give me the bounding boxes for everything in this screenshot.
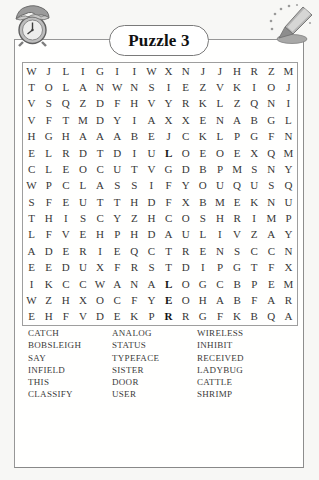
grid-cell[interactable]: E [57, 194, 74, 210]
grid-cell[interactable]: S [23, 194, 40, 210]
grid-cell[interactable]: C [143, 243, 160, 259]
grid-cell[interactable]: R [160, 309, 177, 325]
grid-cell[interactable]: L [280, 112, 297, 128]
word-item: SAY [28, 352, 81, 364]
grid-cell[interactable]: A [160, 227, 177, 243]
word-item: SISTER [112, 364, 159, 376]
grid-cell[interactable]: A [229, 112, 246, 128]
grid-cell[interactable]: I [143, 178, 160, 194]
grid-cell[interactable]: I [160, 79, 177, 95]
grid-cell[interactable]: O [177, 292, 194, 308]
grid-cell[interactable]: L [160, 276, 177, 292]
grid-cell[interactable]: N [126, 79, 143, 95]
grid-cell[interactable]: M [280, 276, 297, 292]
word-item: USER [112, 388, 159, 400]
grid-cell[interactable]: Y [177, 178, 194, 194]
grid-cell[interactable]: M [211, 194, 228, 210]
grid-cell[interactable]: K [229, 79, 246, 95]
grid-cell[interactable]: G [40, 129, 57, 145]
grid-cell[interactable]: R [126, 260, 143, 276]
grid-cell[interactable]: I [126, 112, 143, 128]
grid-cell[interactable]: D [143, 194, 160, 210]
grid-cell[interactable]: N [211, 243, 228, 259]
grid-cell[interactable]: K [194, 96, 211, 112]
grid-cell[interactable]: T [92, 145, 109, 161]
grid-cell[interactable]: L [74, 178, 91, 194]
grid-cell[interactable]: A [74, 129, 91, 145]
grid-cell[interactable]: F [263, 129, 280, 145]
grid-cell[interactable]: O [177, 145, 194, 161]
grid-cell[interactable]: F [109, 260, 126, 276]
grid-cell[interactable]: E [263, 276, 280, 292]
word-list-column-1: CATCH BOBSLEIGH SAY INFIELD THIS CLASSIF… [28, 327, 81, 401]
grid-cell[interactable]: W [23, 292, 40, 308]
grid-cell[interactable]: C [246, 243, 263, 259]
grid-cell[interactable]: T [160, 243, 177, 259]
word-item: ANALOG [112, 327, 159, 339]
grid-cell[interactable]: U [143, 145, 160, 161]
grid-cell[interactable]: A [143, 276, 160, 292]
grid-cell[interactable]: H [143, 210, 160, 226]
grid-cell[interactable]: L [40, 145, 57, 161]
grid-cell[interactable]: N [280, 243, 297, 259]
grid-cell[interactable]: F [40, 112, 57, 128]
grid-cell[interactable]: S [126, 178, 143, 194]
grid-cell[interactable]: Y [143, 292, 160, 308]
grid-cell[interactable]: I [280, 96, 297, 112]
grid-cell[interactable]: X [92, 260, 109, 276]
grid-cell[interactable]: E [229, 145, 246, 161]
grid-cell[interactable]: V [211, 79, 228, 95]
grid-cell[interactable]: T [160, 260, 177, 276]
grid-cell[interactable]: I [194, 260, 211, 276]
grid-cell[interactable]: R [246, 63, 263, 79]
grid-cell[interactable]: D [92, 96, 109, 112]
alarm-clock-icon [12, 3, 53, 47]
word-item: CATCH [28, 327, 81, 339]
grid-cell[interactable]: C [177, 129, 194, 145]
grid-cell[interactable]: K [246, 194, 263, 210]
grid-cell[interactable]: G [194, 276, 211, 292]
grid-cell[interactable]: E [160, 292, 177, 308]
word-item: BOBSLEIGH [28, 339, 81, 351]
grid-cell[interactable]: E [229, 194, 246, 210]
word-item: INFIELD [28, 364, 81, 376]
grid-cell[interactable]: E [23, 260, 40, 276]
grid-cell[interactable]: B [246, 309, 263, 325]
grid-cell[interactable]: K [194, 129, 211, 145]
grid-cell[interactable]: H [57, 292, 74, 308]
grid-cell[interactable]: F [57, 309, 74, 325]
grid-cell[interactable]: Q [57, 96, 74, 112]
grid-cell[interactable]: R [280, 292, 297, 308]
grid-cell[interactable]: P [109, 227, 126, 243]
grid-cell[interactable]: E [57, 243, 74, 259]
grid-cell[interactable]: O [194, 178, 211, 194]
grid-cell[interactable]: X [74, 292, 91, 308]
grid-cell[interactable]: P [211, 161, 228, 177]
grid-cell[interactable]: S [143, 79, 160, 95]
word-list-column-3: WIRELESS INHIBIT RECEIVED LADYBUG CATTLE… [197, 327, 244, 401]
grid-cell[interactable]: A [92, 178, 109, 194]
grid-cell[interactable]: E [109, 243, 126, 259]
grid-cell[interactable]: N [177, 63, 194, 79]
grid-cell[interactable]: P [246, 276, 263, 292]
grid-cell[interactable]: I [57, 210, 74, 226]
grid-cell[interactable]: I [211, 227, 228, 243]
grid-cell[interactable]: I [246, 79, 263, 95]
grid-cell[interactable]: B [126, 129, 143, 145]
grid-cell[interactable]: P [211, 260, 228, 276]
grid-cell[interactable]: A [23, 243, 40, 259]
grid-cell[interactable]: V [23, 96, 40, 112]
grid-cell[interactable]: X [280, 260, 297, 276]
grid-cell[interactable]: D [40, 243, 57, 259]
grid-cell[interactable]: E [194, 145, 211, 161]
grid-cell[interactable]: I [246, 210, 263, 226]
word-list-column-2: ANALOG STATUS TYPEFACE SISTER DOOR USER [112, 327, 159, 401]
grid-cell[interactable]: D [177, 260, 194, 276]
grid-cell[interactable]: B [229, 276, 246, 292]
grid-cell[interactable]: L [211, 129, 228, 145]
grid-cell[interactable]: T [126, 161, 143, 177]
grid-cell[interactable]: E [23, 145, 40, 161]
grid-cell[interactable]: D [57, 260, 74, 276]
word-item: THIS [28, 376, 81, 388]
grid-cell[interactable]: U [74, 194, 91, 210]
grid-cell[interactable]: K [40, 276, 57, 292]
grid-cell[interactable]: S [229, 243, 246, 259]
grid-cell[interactable]: M [280, 145, 297, 161]
grid-cell[interactable]: C [74, 276, 91, 292]
grid-cell[interactable]: J [160, 129, 177, 145]
grid-cell[interactable]: Z [74, 96, 91, 112]
grid-cell[interactable]: N [280, 129, 297, 145]
grid-cell[interactable]: B [194, 161, 211, 177]
grid-cell[interactable]: C [263, 243, 280, 259]
grid-cell[interactable]: R [177, 309, 194, 325]
grid-cell[interactable]: V [23, 112, 40, 128]
grid-cell[interactable]: G [229, 260, 246, 276]
grid-cell[interactable]: F [160, 178, 177, 194]
grid-cell[interactable]: H [40, 210, 57, 226]
grid-cell[interactable]: M [74, 112, 91, 128]
grid-cell[interactable]: G [92, 63, 109, 79]
grid-cell[interactable]: A [74, 79, 91, 95]
grid-cell[interactable]: A [280, 309, 297, 325]
grid-cell[interactable]: E [194, 112, 211, 128]
grid-cell[interactable]: F [160, 194, 177, 210]
grid-cell[interactable]: F [109, 96, 126, 112]
grid-cell[interactable]: E [177, 79, 194, 95]
grid-cell[interactable]: W [109, 79, 126, 95]
grid-cell[interactable]: P [229, 129, 246, 145]
grid-cell[interactable]: P [40, 178, 57, 194]
grid-cell[interactable]: X [177, 194, 194, 210]
grid-cell[interactable]: V [143, 96, 160, 112]
grid-cell[interactable]: R [229, 210, 246, 226]
word-item: LADYBUG [197, 364, 244, 376]
grid-cell[interactable]: Q [246, 96, 263, 112]
grid-cell[interactable]: L [23, 227, 40, 243]
grid-cell[interactable]: Z [246, 227, 263, 243]
grid-cell[interactable]: J [280, 79, 297, 95]
grid-cell[interactable]: C [109, 292, 126, 308]
grid-cell[interactable]: Q [126, 243, 143, 259]
grid-cell[interactable]: V [74, 309, 91, 325]
grid-cell[interactable]: S [74, 210, 91, 226]
grid-cell[interactable]: D [143, 227, 160, 243]
grid-cell[interactable]: E [194, 243, 211, 259]
grid-cell[interactable]: H [40, 309, 57, 325]
grid-cell[interactable]: Q [229, 178, 246, 194]
grid-cell[interactable]: Z [263, 63, 280, 79]
grid-cell[interactable]: U [74, 260, 91, 276]
grid-cell[interactable]: O [177, 210, 194, 226]
grid-cell[interactable]: L [57, 63, 74, 79]
grid-cell[interactable]: C [57, 276, 74, 292]
grid-cell[interactable]: I [126, 145, 143, 161]
grid-cell[interactable]: C [57, 178, 74, 194]
word-item: DOOR [112, 376, 159, 388]
word-item: CATTLE [197, 376, 244, 388]
grid-cell[interactable]: O [40, 79, 57, 95]
grid-cell[interactable]: D [92, 309, 109, 325]
grid-cell[interactable]: T [246, 260, 263, 276]
grid-cell[interactable]: N [92, 79, 109, 95]
grid-cell[interactable]: Y [160, 96, 177, 112]
grid-cell[interactable]: S [109, 178, 126, 194]
grid-cell[interactable]: Y [109, 112, 126, 128]
grid-cell[interactable]: T [23, 210, 40, 226]
grid-cell[interactable]: H [57, 129, 74, 145]
grid-cell[interactable]: E [109, 309, 126, 325]
grid-cell[interactable]: S [263, 178, 280, 194]
grid-cell[interactable]: V [143, 161, 160, 177]
grid-cell[interactable]: N [263, 96, 280, 112]
grid-cell[interactable]: E [40, 260, 57, 276]
grid-cell[interactable]: U [177, 227, 194, 243]
grid-cell[interactable]: M [280, 63, 297, 79]
grid-cell[interactable]: J [40, 63, 57, 79]
grid-cell[interactable]: S [40, 96, 57, 112]
grid-cell[interactable]: Z [229, 96, 246, 112]
grid-cell[interactable]: O [74, 161, 91, 177]
grid-cell[interactable]: U [109, 161, 126, 177]
grid-cell[interactable]: N [263, 161, 280, 177]
grid-cell[interactable]: E [74, 227, 91, 243]
word-item: TYPEFACE [112, 352, 159, 364]
grid-cell[interactable]: G [160, 161, 177, 177]
grid-cell[interactable]: F [40, 194, 57, 210]
grid-cell[interactable]: D [109, 145, 126, 161]
grid-cell[interactable]: I [23, 276, 40, 292]
grid-cell[interactable]: Q [280, 178, 297, 194]
grid-cell[interactable]: A [263, 292, 280, 308]
grid-cell[interactable]: U [246, 178, 263, 194]
grid-cell[interactable]: T [92, 194, 109, 210]
grid-cell[interactable]: C [92, 161, 109, 177]
grid-cell[interactable]: B [194, 194, 211, 210]
grid-cell[interactable]: V [229, 227, 246, 243]
word-item: WIRELESS [197, 327, 244, 339]
grid-cell[interactable]: C [211, 276, 228, 292]
grid-cell[interactable]: C [92, 210, 109, 226]
grid-cell[interactable]: V [57, 227, 74, 243]
grid-cell[interactable]: S [246, 161, 263, 177]
grid-cell[interactable]: H [126, 194, 143, 210]
grid-cell[interactable]: E [143, 129, 160, 145]
word-item: CLASSIFY [28, 388, 81, 400]
grid-cell[interactable]: D [177, 161, 194, 177]
puzzle-title-badge: Puzzle 3 [109, 25, 209, 56]
grid-cell[interactable]: H [23, 129, 40, 145]
grid-cell[interactable]: R [57, 145, 74, 161]
grid-cell[interactable]: B [246, 112, 263, 128]
grid-cell[interactable]: R [74, 243, 91, 259]
grid-cell[interactable]: M [229, 161, 246, 177]
grid-cell[interactable]: H [229, 63, 246, 79]
grid-cell[interactable]: W [143, 63, 160, 79]
grid-cell[interactable]: A [109, 129, 126, 145]
grid-cell[interactable]: W [92, 276, 109, 292]
grid-cell[interactable]: W [23, 178, 40, 194]
grid-cell[interactable]: L [211, 96, 228, 112]
grid-cell[interactable]: C [160, 210, 177, 226]
letter-grid: WJLIGIIWXNJJHRZMTOLANWNSIEZVKIOJVSQZDFHV… [22, 62, 298, 326]
grid-cell[interactable]: X [160, 112, 177, 128]
grid-cell[interactable]: E [23, 309, 40, 325]
grid-cell[interactable]: J [194, 63, 211, 79]
grid-cell[interactable]: O [92, 292, 109, 308]
word-item: SHRIMP [197, 388, 244, 400]
grid-cell[interactable]: L [160, 145, 177, 161]
grid-cell[interactable]: D [74, 145, 91, 161]
grid-cell[interactable]: G [263, 112, 280, 128]
grid-cell[interactable]: K [229, 309, 246, 325]
grid-cell[interactable]: B [229, 292, 246, 308]
grid-cell[interactable]: Q [263, 145, 280, 161]
grid-cell[interactable]: I [126, 63, 143, 79]
grid-cell[interactable]: T [57, 112, 74, 128]
word-item: RECEIVED [197, 352, 244, 364]
page-title: Puzzle 3 [128, 31, 190, 51]
grid-cell[interactable]: H [194, 292, 211, 308]
grid-cell[interactable]: F [246, 292, 263, 308]
grid-cell[interactable]: A [92, 129, 109, 145]
grid-cell[interactable]: I [92, 243, 109, 259]
word-item: INHIBIT [197, 339, 244, 351]
grid-cell[interactable]: F [126, 292, 143, 308]
grid-cell[interactable]: O [211, 145, 228, 161]
grid-cell[interactable]: Y [280, 161, 297, 177]
grid-cell[interactable]: X [160, 63, 177, 79]
grid-cell[interactable]: Z [40, 292, 57, 308]
grid-cell[interactable]: U [280, 194, 297, 210]
grid-cell[interactable]: N [263, 194, 280, 210]
grid-cell[interactable]: P [280, 210, 297, 226]
grid-cell[interactable]: E [57, 161, 74, 177]
grid-cell[interactable]: L [40, 161, 57, 177]
grid-cell[interactable]: M [263, 210, 280, 226]
grid-cell[interactable]: R [177, 243, 194, 259]
grid-cell[interactable]: G [194, 309, 211, 325]
grid-cell[interactable]: J [211, 63, 228, 79]
word-item: STATUS [112, 339, 159, 351]
grid-cell[interactable]: H [126, 227, 143, 243]
grid-cell[interactable]: Z [194, 79, 211, 95]
grid-cell[interactable]: Q [263, 309, 280, 325]
grid-cell[interactable]: K [126, 309, 143, 325]
grid-cell[interactable]: I [74, 63, 91, 79]
grid-cell[interactable]: Z [126, 210, 143, 226]
grid-cell[interactable]: F [211, 309, 228, 325]
grid-cell[interactable]: O [177, 276, 194, 292]
grid-cell[interactable]: R [177, 96, 194, 112]
grid-cell[interactable]: I [109, 63, 126, 79]
grid-cell[interactable]: Y [280, 227, 297, 243]
grid-cell[interactable]: F [40, 227, 57, 243]
pen-icon [266, 3, 316, 45]
grid-cell[interactable]: A [109, 276, 126, 292]
grid-cell[interactable]: P [143, 309, 160, 325]
grid-cell[interactable]: D [92, 112, 109, 128]
grid-cell[interactable]: S [143, 260, 160, 276]
grid-cell[interactable]: L [57, 79, 74, 95]
grid-cell[interactable]: T [109, 194, 126, 210]
grid-cell[interactable]: X [246, 145, 263, 161]
grid-cell[interactable]: C [23, 161, 40, 177]
grid-cell[interactable]: W [23, 63, 40, 79]
grid-cell[interactable]: U [211, 178, 228, 194]
grid-cell[interactable]: A [143, 112, 160, 128]
grid-cell[interactable]: L [194, 227, 211, 243]
grid-cell[interactable]: H [92, 227, 109, 243]
grid-cell[interactable]: A [211, 292, 228, 308]
grid-cell[interactable]: T [23, 79, 40, 95]
grid-cell[interactable]: Y [109, 210, 126, 226]
grid-cell[interactable]: G [246, 129, 263, 145]
grid-cell[interactable]: O [263, 79, 280, 95]
grid-cell[interactable]: A [263, 227, 280, 243]
grid-cell[interactable]: N [211, 112, 228, 128]
grid-cell[interactable]: H [126, 96, 143, 112]
grid-cell[interactable]: F [263, 260, 280, 276]
grid-cell[interactable]: S [194, 210, 211, 226]
grid-cell[interactable]: X [177, 112, 194, 128]
grid-cell[interactable]: H [211, 210, 228, 226]
grid-cell[interactable]: N [126, 276, 143, 292]
